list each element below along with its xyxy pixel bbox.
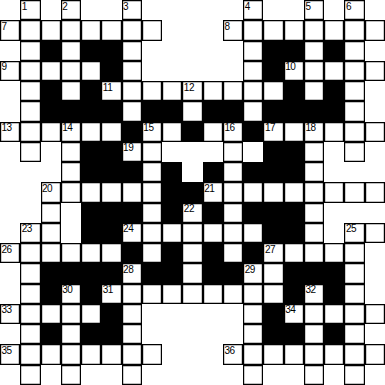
cell-r5c7 [142,101,162,121]
cell-r1c2[interactable] [41,20,61,40]
cell-r1c18[interactable] [365,20,385,40]
cell-r8c6 [122,162,142,182]
cell-r4c2 [41,81,61,101]
cell-r14c6[interactable] [122,284,142,304]
cell-r5c2 [41,101,61,121]
crossword-page: 1234567891011121314151617181920212223242… [0,0,385,385]
cell-r16c12[interactable] [243,324,263,344]
cell-r12c11[interactable] [223,243,243,263]
cell-r1c3[interactable] [61,20,81,40]
cell-r1c0[interactable]: 7 [0,20,20,40]
cell-r14c14 [284,284,304,304]
clue-number-16: 16 [224,122,234,133]
cell-r4c6[interactable] [122,81,142,101]
cell-r5c4 [81,101,101,121]
cell-r3c13 [263,61,283,81]
cell-r10c15[interactable] [304,203,324,223]
void-r0c8 [162,0,182,20]
cell-r2c1[interactable] [20,41,40,61]
clue-number-7: 7 [2,21,7,32]
cell-r5c9[interactable] [182,101,202,121]
cell-r18c17[interactable] [344,365,364,385]
cell-r12c2[interactable] [41,243,61,263]
cell-r3c18[interactable] [365,61,385,81]
clue-number-10: 10 [285,61,295,72]
void-r16c18 [365,324,385,344]
cell-r1c5[interactable] [101,20,121,40]
void-r18c0 [0,365,20,385]
void-r0c7 [142,0,162,20]
cell-r13c12[interactable]: 29 [243,263,263,283]
cell-r13c15 [304,263,324,283]
clue-number-11: 11 [103,82,112,93]
cell-r11c14 [284,223,304,243]
cell-r16c6[interactable] [122,324,142,344]
cell-r14c10[interactable] [203,284,223,304]
cell-r15c1[interactable] [20,304,40,324]
void-r10c1 [20,203,40,223]
cell-r11c8[interactable] [162,223,182,243]
cell-r0c15[interactable]: 5 [304,0,324,20]
cell-r1c17[interactable] [344,20,364,40]
cell-r3c4[interactable] [81,61,101,81]
cell-r18c3[interactable] [61,365,81,385]
cell-r6c6 [122,122,142,142]
clue-number-3: 3 [123,1,128,12]
clue-number-8: 8 [224,21,229,32]
cell-r10c10 [203,203,223,223]
cell-r8c7[interactable] [142,162,162,182]
void-r3c10 [203,61,223,81]
void-r13c18 [365,263,385,283]
cell-r6c8[interactable] [162,122,182,142]
cell-r15c15[interactable] [304,304,324,324]
cell-r1c13[interactable] [263,20,283,40]
cell-r9c16[interactable] [324,182,344,202]
cell-r8c15[interactable] [304,162,324,182]
cell-r15c16[interactable] [324,304,344,324]
clue-number-29: 29 [245,264,255,275]
cell-r7c7[interactable] [142,142,162,162]
clue-number-33: 33 [2,304,12,315]
cell-r11c13 [263,223,283,243]
cell-r0c1[interactable]: 1 [20,0,40,20]
cell-r10c11[interactable] [223,203,243,223]
cell-r17c18[interactable] [365,344,385,364]
cell-r17c5[interactable] [101,344,121,364]
cell-r4c4 [81,81,101,101]
clue-number-36: 36 [224,345,234,356]
void-r0c9 [182,0,202,20]
void-r3c7 [142,61,162,81]
cell-r18c1[interactable] [20,365,40,385]
cell-r9c7[interactable] [142,182,162,202]
cell-r12c1[interactable] [20,243,40,263]
void-r5c0 [0,101,20,121]
clue-number-1: 1 [22,1,27,12]
cell-r12c13[interactable]: 27 [263,243,283,263]
cell-r13c2 [41,263,61,283]
crossword-grid: 1234567891011121314151617181920212223242… [0,0,385,385]
cell-r9c11[interactable] [223,182,243,202]
cell-r14c15[interactable]: 32 [304,284,324,304]
cell-r4c7[interactable] [142,81,162,101]
cell-r7c17[interactable] [344,142,364,162]
cell-r6c14[interactable] [284,122,304,142]
cell-r3c17[interactable] [344,61,364,81]
void-r8c1 [20,162,40,182]
cell-r3c14[interactable]: 10 [284,61,304,81]
cell-r14c11[interactable] [223,284,243,304]
clue-number-30: 30 [62,284,72,295]
void-r10c17 [344,203,364,223]
cell-r3c0[interactable]: 9 [0,61,20,81]
cell-r15c3[interactable] [61,304,81,324]
cell-r11c9[interactable] [182,223,202,243]
cell-r17c4[interactable] [81,344,101,364]
cell-r7c15[interactable] [304,142,324,162]
void-r9c0 [0,182,20,202]
cell-r12c6 [122,243,142,263]
cell-r14c1[interactable] [20,284,40,304]
cell-r14c8[interactable] [162,284,182,304]
cell-r16c5 [101,324,121,344]
cell-r1c14[interactable] [284,20,304,40]
clue-number-31: 31 [103,284,113,295]
cell-r2c3[interactable] [61,41,81,61]
cell-r16c13 [263,324,283,344]
void-r8c9 [182,162,202,182]
cell-r9c13[interactable] [263,182,283,202]
void-r2c0 [0,41,20,61]
cell-r5c16 [324,101,344,121]
cell-r8c3[interactable] [61,162,81,182]
cell-r1c15[interactable] [304,20,324,40]
cell-r11c15[interactable] [304,223,324,243]
cell-r0c17[interactable]: 6 [344,0,364,20]
void-r14c18 [365,284,385,304]
cell-r12c5[interactable] [101,243,121,263]
void-r18c11 [223,365,243,385]
cell-r5c12[interactable] [243,101,263,121]
cell-r4c17[interactable] [344,81,364,101]
void-r18c16 [324,365,344,385]
cell-r15c17[interactable] [344,304,364,324]
cell-r6c13[interactable]: 17 [263,122,283,142]
cell-r3c1[interactable] [20,61,40,81]
cell-r16c3[interactable] [61,324,81,344]
cell-r9c4[interactable] [81,182,101,202]
cell-r12c16[interactable] [324,243,344,263]
cell-r14c13[interactable] [263,284,283,304]
cell-r9c12[interactable] [243,182,263,202]
cell-r15c0[interactable]: 33 [0,304,20,324]
cell-r17c2[interactable] [41,344,61,364]
void-r13c0 [0,263,20,283]
cell-r4c11[interactable] [223,81,243,101]
cell-r4c9[interactable]: 12 [182,81,202,101]
cell-r11c5 [101,223,121,243]
cell-r16c16 [324,324,344,344]
cell-r16c14 [284,324,304,344]
cell-r13c1[interactable] [20,263,40,283]
cell-r1c11[interactable]: 8 [223,20,243,40]
cell-r5c5 [101,101,121,121]
cell-r3c2[interactable] [41,61,61,81]
cell-r9c17[interactable] [344,182,364,202]
void-r0c11 [223,0,243,20]
cell-r17c17[interactable] [344,344,364,364]
cell-r14c17[interactable] [344,284,364,304]
cell-r11c2[interactable] [41,223,61,243]
cell-r4c12[interactable] [243,81,263,101]
cell-r0c3[interactable]: 2 [61,0,81,20]
void-r2c7 [142,41,162,61]
cell-r12c15[interactable] [304,243,324,263]
void-r18c2 [41,365,61,385]
cell-r3c6[interactable] [122,61,142,81]
void-r10c3 [61,203,81,223]
cell-r3c16[interactable] [324,61,344,81]
cell-r3c15[interactable] [304,61,324,81]
cell-r7c13 [263,142,283,162]
cell-r9c18[interactable] [365,182,385,202]
cell-r1c12[interactable] [243,20,263,40]
void-r1c10 [203,20,223,40]
void-r2c10 [203,41,223,61]
cell-r6c11[interactable]: 16 [223,122,243,142]
cell-r5c6[interactable] [122,101,142,121]
void-r16c0 [0,324,20,344]
cell-r9c6[interactable] [122,182,142,202]
cell-r17c7[interactable] [142,344,162,364]
cell-r3c3[interactable] [61,61,81,81]
cell-r17c0[interactable]: 35 [0,344,20,364]
cell-r18c15[interactable] [304,365,324,385]
cell-r7c3[interactable] [61,142,81,162]
void-r8c18 [365,162,385,182]
cell-r17c6[interactable] [122,344,142,364]
cell-r13c10 [203,263,223,283]
cell-r8c13 [263,162,283,182]
cell-r4c5[interactable]: 11 [101,81,121,101]
cell-r16c1[interactable] [20,324,40,344]
cell-r11c1[interactable]: 23 [20,223,40,243]
cell-r7c1[interactable] [20,142,40,162]
cell-r12c3[interactable] [61,243,81,263]
void-r0c18 [365,0,385,20]
cell-r15c18[interactable] [365,304,385,324]
cell-r12c0[interactable]: 26 [0,243,20,263]
cell-r12c17[interactable] [344,243,364,263]
cell-r11c12[interactable] [243,223,263,243]
cell-r15c14[interactable]: 34 [284,304,304,324]
cell-r7c11[interactable] [223,142,243,162]
void-r15c8 [162,304,182,324]
cell-r15c5 [101,304,121,324]
cell-r10c9[interactable]: 22 [182,203,202,223]
cell-r2c16 [324,41,344,61]
cell-r16c17[interactable] [344,324,364,344]
cell-r12c8 [162,243,182,263]
cell-r13c9[interactable] [182,263,202,283]
cell-r9c10[interactable]: 21 [203,182,223,202]
cell-r6c2[interactable] [41,122,61,142]
cell-r10c14 [284,203,304,223]
void-r8c0 [0,162,20,182]
cell-r17c3[interactable] [61,344,81,364]
cell-r14c7[interactable] [142,284,162,304]
cell-r2c4 [81,41,101,61]
cell-r9c5[interactable] [101,182,121,202]
cell-r1c7[interactable] [142,20,162,40]
cell-r11c7[interactable] [142,223,162,243]
cell-r17c16[interactable] [324,344,344,364]
void-r17c9 [182,344,202,364]
cell-r13c13[interactable] [263,263,283,283]
cell-r6c10[interactable] [203,122,223,142]
void-r15c10 [203,304,223,324]
clue-number-9: 9 [2,61,7,72]
cell-r17c12[interactable] [243,344,263,364]
cell-r0c12[interactable]: 4 [243,0,263,20]
cell-r7c6[interactable]: 19 [122,142,142,162]
void-r18c18 [365,365,385,385]
cell-r16c15[interactable] [304,324,324,344]
cell-r12c4[interactable] [81,243,101,263]
cell-r4c15[interactable] [304,81,324,101]
cell-r17c15[interactable] [304,344,324,364]
cell-r10c7[interactable] [142,203,162,223]
cell-r14c3[interactable]: 30 [61,284,81,304]
cell-r6c15[interactable]: 18 [304,122,324,142]
clue-number-34: 34 [285,304,295,315]
cell-r14c5[interactable]: 31 [101,284,121,304]
cell-r4c3[interactable] [61,81,81,101]
clue-number-35: 35 [2,345,12,356]
cell-r11c17[interactable]: 25 [344,223,364,243]
cell-r17c14[interactable] [284,344,304,364]
cell-r4c1[interactable] [20,81,40,101]
clue-number-18: 18 [305,122,315,133]
cell-r6c4[interactable] [81,122,101,142]
cell-r11c10[interactable] [203,223,223,243]
cell-r9c15[interactable] [304,182,324,202]
cell-r5c13 [263,101,283,121]
cell-r11c6[interactable]: 24 [122,223,142,243]
cell-r5c14 [284,101,304,121]
cell-r18c6[interactable] [122,365,142,385]
cell-r14c12[interactable] [243,284,263,304]
cell-r6c5[interactable] [101,122,121,142]
cell-r6c16[interactable] [324,122,344,142]
cell-r6c1[interactable] [20,122,40,142]
cell-r2c2 [41,41,61,61]
cell-r5c17[interactable] [344,101,364,121]
cell-r4c10[interactable] [203,81,223,101]
cell-r4c13[interactable] [263,81,283,101]
cell-r12c7[interactable] [142,243,162,263]
cell-r15c2[interactable] [41,304,61,324]
cell-r9c3[interactable] [61,182,81,202]
void-r7c18 [365,142,385,162]
cell-r6c7[interactable]: 15 [142,122,162,142]
cell-r11c4 [81,223,101,243]
cell-r6c3[interactable]: 14 [61,122,81,142]
cell-r8c11[interactable] [223,162,243,182]
cell-r5c1[interactable] [20,101,40,121]
cell-r8c12 [243,162,263,182]
clue-number-25: 25 [346,223,356,234]
void-r18c10 [203,365,223,385]
void-r16c9 [182,324,202,344]
cell-r13c8 [162,263,182,283]
cell-r17c1[interactable] [20,344,40,364]
cell-r1c16[interactable] [324,20,344,40]
cell-r15c6[interactable] [122,304,142,324]
cell-r10c8 [162,203,182,223]
cell-r4c8[interactable] [162,81,182,101]
cell-r6c0[interactable]: 13 [0,122,20,142]
cell-r13c6[interactable]: 28 [122,263,142,283]
cell-r13c4 [81,263,101,283]
cell-r17c13[interactable] [263,344,283,364]
cell-r0c6[interactable]: 3 [122,0,142,20]
void-r18c14 [284,365,304,385]
cell-r18c12[interactable] [243,365,263,385]
cell-r9c2[interactable]: 20 [41,182,61,202]
cell-r1c1[interactable] [20,20,40,40]
void-r11c16 [324,223,344,243]
cell-r3c5 [101,61,121,81]
cell-r12c14[interactable] [284,243,304,263]
cell-r2c15[interactable] [304,41,324,61]
cell-r1c4[interactable] [81,20,101,40]
void-r8c17 [344,162,364,182]
cell-r13c3 [61,263,81,283]
cell-r17c11[interactable]: 36 [223,344,243,364]
void-r7c12 [243,142,263,162]
cell-r2c6[interactable] [122,41,142,61]
cell-r6c18[interactable] [365,122,385,142]
cell-r12c9[interactable] [182,243,202,263]
clue-number-27: 27 [265,244,275,255]
cell-r15c4[interactable] [81,304,101,324]
void-r8c2 [41,162,61,182]
void-r2c18 [365,41,385,61]
cell-r13c17[interactable] [344,263,364,283]
void-r8c16 [324,162,344,182]
cell-r11c18[interactable] [365,223,385,243]
cell-r11c11[interactable] [223,223,243,243]
cell-r2c17[interactable] [344,41,364,61]
cell-r1c6[interactable] [122,20,142,40]
void-r18c7 [142,365,162,385]
cell-r2c12[interactable] [243,41,263,61]
cell-r10c2[interactable] [41,203,61,223]
clue-number-14: 14 [62,122,72,133]
cell-r15c12[interactable] [243,304,263,324]
cell-r3c12[interactable] [243,61,263,81]
cell-r6c17[interactable] [344,122,364,142]
cell-r9c14[interactable] [284,182,304,202]
cell-r2c5 [101,41,121,61]
void-r16c7 [142,324,162,344]
cell-r14c9[interactable] [182,284,202,304]
void-r16c11 [223,324,243,344]
clue-number-4: 4 [245,1,250,12]
void-r0c5 [101,0,121,20]
